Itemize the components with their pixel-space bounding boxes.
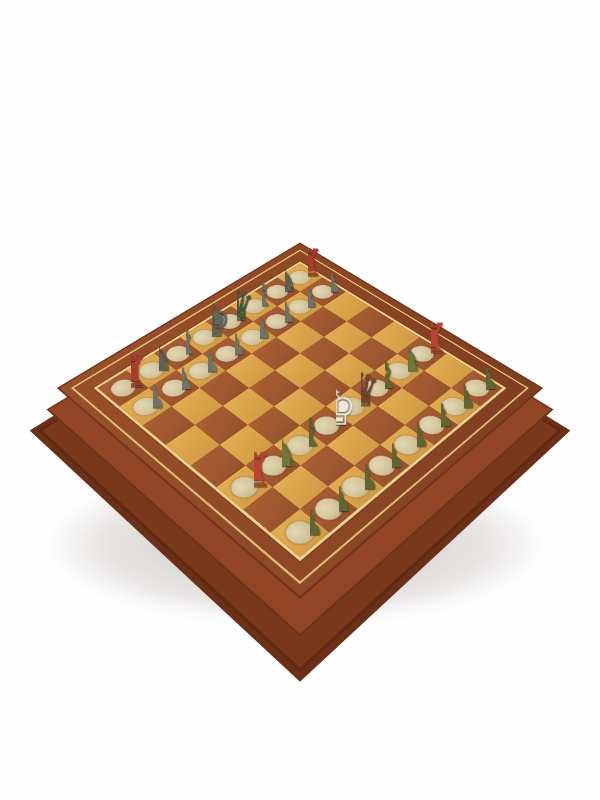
black-pawn-glyph: ♟ (272, 299, 297, 327)
product-photo: ♜♞♝♚♛♝♞♜♟♟♟♟♟♟♟♟♜♞♝♚♛♝♞♜♟♟♟♟♟♟♟♟ (0, 0, 600, 800)
box-lid: ♜♞♝♚♛♝♞♜♟♟♟♟♟♟♟♟♜♞♝♚♛♝♞♜♟♟♟♟♟♟♟♟ (57, 242, 543, 599)
black-pawn-glyph: ♟ (195, 347, 222, 377)
chess-set-scene: ♜♞♝♚♛♝♞♜♟♟♟♟♟♟♟♟♜♞♝♚♛♝♞♜♟♟♟♟♟♟♟♟ (0, 0, 600, 800)
black-pawn-glyph: ♟ (295, 284, 320, 312)
white-pawn-glyph: ♟ (294, 506, 325, 541)
black-pawn-glyph: ♟ (318, 269, 342, 296)
black-pawn-glyph: ♟ (247, 314, 273, 343)
white-pawn-glyph: ♟ (377, 440, 406, 473)
white-pawn-glyph: ♟ (403, 420, 432, 452)
black-pawn-glyph: ♟ (139, 382, 167, 413)
white-rook-glyph: ♜ (232, 448, 274, 495)
black-pawn-glyph: ♟ (222, 330, 248, 359)
white-pawn-glyph: ♟ (323, 483, 354, 517)
black-pawn-glyph: ♟ (168, 364, 195, 394)
white-pawn-glyph: ♟ (351, 461, 381, 494)
